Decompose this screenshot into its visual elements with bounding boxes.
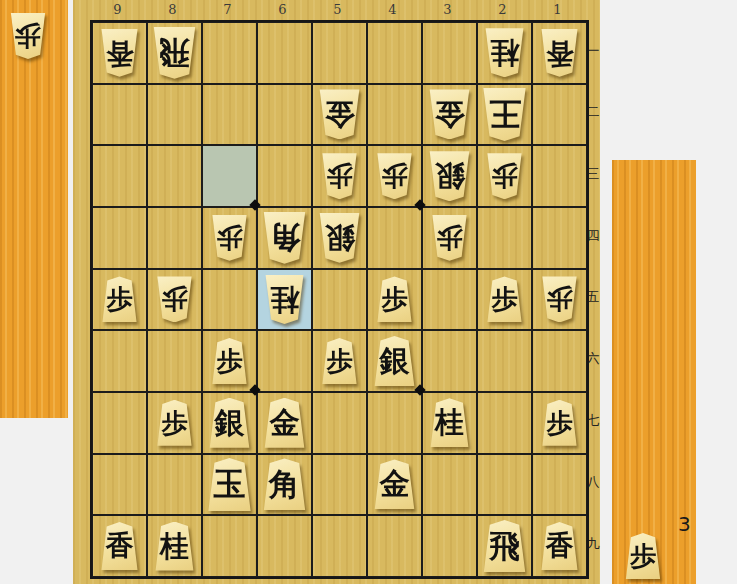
square-5八[interactable] bbox=[312, 454, 367, 516]
square-8五[interactable]: 歩 bbox=[147, 269, 202, 331]
file-label-9: 9 bbox=[90, 1, 145, 19]
square-6七[interactable]: 金 bbox=[257, 392, 312, 454]
piece-body: 金 bbox=[263, 398, 307, 448]
piece-kanji: 王 bbox=[489, 98, 521, 130]
piece-body: 歩 bbox=[376, 276, 414, 322]
piece-kanji: 歩 bbox=[327, 163, 353, 189]
piece-gote-王[interactable]: 王 bbox=[481, 88, 528, 141]
piece-body: 歩 bbox=[9, 13, 47, 59]
piece-kanji: 歩 bbox=[547, 286, 573, 312]
piece-kanji: 桂 bbox=[160, 532, 189, 561]
piece-kanji: 玉 bbox=[214, 468, 246, 500]
square-4一[interactable] bbox=[367, 22, 422, 84]
piece-kanji: 歩 bbox=[162, 286, 188, 312]
square-4三[interactable]: 歩 bbox=[367, 145, 422, 207]
board-grid: 香飛桂香金金王歩歩銀歩歩角銀歩歩歩桂歩歩歩歩歩銀歩銀金桂歩玉角金香桂飛香 bbox=[90, 20, 589, 579]
square-1一[interactable]: 香 bbox=[532, 22, 587, 84]
piece-body: 歩 bbox=[156, 400, 194, 446]
piece-sente-桂[interactable]: 桂 bbox=[154, 522, 196, 571]
square-2五[interactable]: 歩 bbox=[477, 269, 532, 331]
square-7八[interactable]: 玉 bbox=[202, 454, 257, 516]
piece-sente-飛[interactable]: 飛 bbox=[482, 520, 528, 572]
piece-sente-歩[interactable]: 歩 bbox=[101, 276, 139, 322]
square-8七[interactable]: 歩 bbox=[147, 392, 202, 454]
piece-gote-歩[interactable]: 歩 bbox=[486, 153, 524, 199]
piece-sente-金[interactable]: 金 bbox=[263, 398, 307, 448]
square-7二[interactable] bbox=[202, 84, 257, 146]
square-4四[interactable] bbox=[367, 207, 422, 269]
gote-komadai: 歩 bbox=[0, 0, 68, 418]
piece-body: 歩 bbox=[321, 338, 359, 384]
piece-kanji: 歩 bbox=[107, 286, 133, 312]
file-label-7: 7 bbox=[200, 1, 255, 19]
square-9一[interactable]: 香 bbox=[92, 22, 147, 84]
square-8六[interactable] bbox=[147, 330, 202, 392]
file-labels: 987654321 bbox=[90, 1, 585, 19]
piece-body: 銀 bbox=[318, 213, 362, 263]
sente-hand-count: 3 bbox=[678, 512, 691, 536]
piece-gote-桂[interactable]: 桂 bbox=[484, 28, 526, 77]
piece-body: 歩 bbox=[624, 533, 662, 579]
piece-kanji: 歩 bbox=[630, 543, 656, 569]
piece-body: 香 bbox=[540, 29, 580, 77]
square-8四[interactable] bbox=[147, 207, 202, 269]
square-4九[interactable] bbox=[367, 515, 422, 577]
piece-body: 香 bbox=[100, 522, 140, 570]
piece-body: 角 bbox=[262, 212, 308, 264]
piece-gote-銀[interactable]: 銀 bbox=[318, 213, 362, 263]
piece-body: 金 bbox=[373, 459, 417, 509]
square-2二[interactable]: 王 bbox=[477, 84, 532, 146]
piece-kanji: 歩 bbox=[327, 348, 353, 374]
square-9六[interactable] bbox=[92, 330, 147, 392]
piece-kanji: 香 bbox=[106, 39, 134, 67]
piece-gote-歩[interactable]: 歩 bbox=[376, 153, 414, 199]
square-3七[interactable]: 桂 bbox=[422, 392, 477, 454]
square-6六[interactable] bbox=[257, 330, 312, 392]
sente-komadai: 歩3 bbox=[612, 160, 696, 584]
square-2六[interactable] bbox=[477, 330, 532, 392]
piece-kanji: 銀 bbox=[435, 161, 465, 191]
piece-kanji: 角 bbox=[269, 222, 300, 253]
piece-body: 角 bbox=[262, 458, 308, 510]
file-label-3: 3 bbox=[420, 1, 475, 19]
piece-kanji: 歩 bbox=[492, 286, 518, 312]
square-7一[interactable] bbox=[202, 22, 257, 84]
file-label-8: 8 bbox=[145, 1, 200, 19]
square-4七[interactable] bbox=[367, 392, 422, 454]
piece-kanji: 香 bbox=[546, 39, 574, 67]
square-8九[interactable]: 桂 bbox=[147, 515, 202, 577]
piece-gote-歩[interactable]: 歩 bbox=[156, 276, 194, 322]
piece-sente-桂[interactable]: 桂 bbox=[429, 398, 471, 447]
square-2九[interactable]: 飛 bbox=[477, 515, 532, 577]
piece-body: 金 bbox=[318, 89, 362, 139]
piece-sente-玉[interactable]: 玉 bbox=[206, 458, 253, 511]
piece-kanji: 歩 bbox=[382, 163, 408, 189]
square-2三[interactable]: 歩 bbox=[477, 145, 532, 207]
square-7七[interactable]: 銀 bbox=[202, 392, 257, 454]
piece-kanji: 香 bbox=[106, 532, 134, 560]
piece-gote-歩[interactable]: 歩 bbox=[321, 153, 359, 199]
piece-kanji: 金 bbox=[435, 99, 465, 129]
piece-sente-金[interactable]: 金 bbox=[373, 459, 417, 509]
file-label-2: 2 bbox=[475, 1, 530, 19]
piece-gote-歩[interactable]: 歩 bbox=[211, 215, 249, 261]
piece-body: 歩 bbox=[321, 153, 359, 199]
square-3八[interactable] bbox=[422, 454, 477, 516]
piece-kanji: 歩 bbox=[492, 163, 518, 189]
piece-kanji: 歩 bbox=[162, 410, 188, 436]
square-3四[interactable]: 歩 bbox=[422, 207, 477, 269]
piece-body: 飛 bbox=[482, 520, 528, 572]
square-2八[interactable] bbox=[477, 454, 532, 516]
square-8三[interactable] bbox=[147, 145, 202, 207]
square-1九[interactable]: 香 bbox=[532, 515, 587, 577]
piece-body: 桂 bbox=[154, 522, 196, 571]
piece-kanji: 銀 bbox=[380, 346, 410, 376]
square-1三[interactable] bbox=[532, 145, 587, 207]
square-6三[interactable] bbox=[257, 145, 312, 207]
piece-gote-銀[interactable]: 銀 bbox=[428, 151, 472, 201]
piece-gote-香[interactable]: 香 bbox=[540, 29, 580, 77]
file-label-5: 5 bbox=[310, 1, 365, 19]
piece-body: 玉 bbox=[206, 458, 253, 511]
piece-gote-角[interactable]: 角 bbox=[262, 212, 308, 264]
piece-kanji: 歩 bbox=[382, 286, 408, 312]
piece-kanji: 桂 bbox=[435, 408, 464, 437]
square-5四[interactable]: 銀 bbox=[312, 207, 367, 269]
square-3五[interactable] bbox=[422, 269, 477, 331]
piece-kanji: 歩 bbox=[217, 225, 243, 251]
square-6一[interactable] bbox=[257, 22, 312, 84]
piece-body: 銀 bbox=[428, 151, 472, 201]
file-label-4: 4 bbox=[365, 1, 420, 19]
square-8一[interactable]: 飛 bbox=[147, 22, 202, 84]
square-2七[interactable] bbox=[477, 392, 532, 454]
square-9八[interactable] bbox=[92, 454, 147, 516]
square-7五[interactable] bbox=[202, 269, 257, 331]
square-1四[interactable] bbox=[532, 207, 587, 269]
square-3三[interactable]: 銀 bbox=[422, 145, 477, 207]
square-6八[interactable]: 角 bbox=[257, 454, 312, 516]
piece-kanji: 飛 bbox=[159, 37, 190, 68]
piece-sente-歩[interactable]: 歩 bbox=[376, 276, 414, 322]
square-3一[interactable] bbox=[422, 22, 477, 84]
file-label-1: 1 bbox=[530, 1, 585, 19]
square-4六[interactable]: 銀 bbox=[367, 330, 422, 392]
square-8八[interactable] bbox=[147, 454, 202, 516]
piece-sente-歩[interactable]: 歩 bbox=[211, 338, 249, 384]
square-1六[interactable] bbox=[532, 330, 587, 392]
piece-kanji: 歩 bbox=[437, 225, 463, 251]
piece-sente-歩[interactable]: 歩 bbox=[486, 276, 524, 322]
square-3九[interactable] bbox=[422, 515, 477, 577]
square-9二[interactable] bbox=[92, 84, 147, 146]
piece-body: 歩 bbox=[541, 276, 579, 322]
piece-kanji: 金 bbox=[380, 469, 410, 499]
piece-body: 歩 bbox=[376, 153, 414, 199]
square-5二[interactable]: 金 bbox=[312, 84, 367, 146]
piece-body: 歩 bbox=[431, 215, 469, 261]
piece-body: 飛 bbox=[152, 27, 198, 79]
square-6九[interactable] bbox=[257, 515, 312, 577]
square-1八[interactable] bbox=[532, 454, 587, 516]
square-9九[interactable]: 香 bbox=[92, 515, 147, 577]
square-1二[interactable] bbox=[532, 84, 587, 146]
square-6五[interactable]: 桂 bbox=[257, 269, 312, 331]
piece-body: 金 bbox=[428, 89, 472, 139]
square-7九[interactable] bbox=[202, 515, 257, 577]
piece-gote-桂[interactable]: 桂 bbox=[264, 275, 306, 324]
piece-body: 桂 bbox=[264, 275, 306, 324]
piece-body: 歩 bbox=[156, 276, 194, 322]
square-4五[interactable]: 歩 bbox=[367, 269, 422, 331]
square-1七[interactable]: 歩 bbox=[532, 392, 587, 454]
piece-body: 歩 bbox=[101, 276, 139, 322]
piece-body: 桂 bbox=[484, 28, 526, 77]
square-6四[interactable]: 角 bbox=[257, 207, 312, 269]
piece-kanji: 飛 bbox=[489, 531, 520, 562]
piece-sente-歩[interactable]: 歩 bbox=[156, 400, 194, 446]
piece-gote-金[interactable]: 金 bbox=[318, 89, 362, 139]
piece-body: 歩 bbox=[211, 338, 249, 384]
piece-body: 香 bbox=[540, 522, 580, 570]
piece-sente-銀[interactable]: 銀 bbox=[373, 336, 417, 386]
piece-body: 歩 bbox=[541, 400, 579, 446]
square-4八[interactable]: 金 bbox=[367, 454, 422, 516]
piece-gote-歩[interactable]: 歩 bbox=[431, 215, 469, 261]
square-9四[interactable] bbox=[92, 207, 147, 269]
square-6二[interactable] bbox=[257, 84, 312, 146]
piece-body: 王 bbox=[481, 88, 528, 141]
piece-kanji: 桂 bbox=[270, 285, 299, 314]
piece-gote-金[interactable]: 金 bbox=[428, 89, 472, 139]
piece-body: 歩 bbox=[486, 276, 524, 322]
piece-kanji: 香 bbox=[546, 532, 574, 560]
piece-gote-歩[interactable]: 歩 bbox=[541, 276, 579, 322]
piece-sente-歩[interactable]: 歩 bbox=[541, 400, 579, 446]
square-5三[interactable]: 歩 bbox=[312, 145, 367, 207]
piece-kanji: 銀 bbox=[325, 223, 355, 253]
square-9七[interactable] bbox=[92, 392, 147, 454]
piece-body: 桂 bbox=[429, 398, 471, 447]
file-label-6: 6 bbox=[255, 1, 310, 19]
piece-sente-香[interactable]: 香 bbox=[100, 522, 140, 570]
square-7四[interactable]: 歩 bbox=[202, 207, 257, 269]
square-9五[interactable]: 歩 bbox=[92, 269, 147, 331]
square-3二[interactable]: 金 bbox=[422, 84, 477, 146]
piece-kanji: 歩 bbox=[217, 348, 243, 374]
square-5五[interactable] bbox=[312, 269, 367, 331]
square-2一[interactable]: 桂 bbox=[477, 22, 532, 84]
piece-sente-銀[interactable]: 銀 bbox=[208, 398, 252, 448]
piece-kanji: 歩 bbox=[15, 23, 41, 49]
square-4二[interactable] bbox=[367, 84, 422, 146]
piece-gote-歩[interactable]: 歩 bbox=[9, 13, 47, 59]
square-5七[interactable] bbox=[312, 392, 367, 454]
piece-gote-飛[interactable]: 飛 bbox=[152, 27, 198, 79]
square-7三[interactable] bbox=[202, 145, 257, 207]
piece-kanji: 角 bbox=[269, 469, 300, 500]
piece-kanji: 金 bbox=[270, 408, 300, 438]
square-7六[interactable]: 歩 bbox=[202, 330, 257, 392]
piece-kanji: 金 bbox=[325, 99, 355, 129]
shogi-board: 987654321 一二三四五六七八九 香飛桂香金金王歩歩銀歩歩角銀歩歩歩桂歩歩… bbox=[73, 0, 600, 584]
piece-body: 歩 bbox=[211, 215, 249, 261]
piece-body: 香 bbox=[100, 29, 140, 77]
square-3六[interactable] bbox=[422, 330, 477, 392]
piece-gote-香[interactable]: 香 bbox=[100, 29, 140, 77]
piece-kanji: 桂 bbox=[490, 38, 519, 67]
piece-sente-歩[interactable]: 歩 bbox=[624, 533, 662, 579]
square-5一[interactable] bbox=[312, 22, 367, 84]
piece-body: 銀 bbox=[208, 398, 252, 448]
square-1五[interactable]: 歩 bbox=[532, 269, 587, 331]
piece-sente-歩[interactable]: 歩 bbox=[321, 338, 359, 384]
shogi-app: 歩 987654321 一二三四五六七八九 香飛桂香金金王歩歩銀歩歩角銀歩歩歩桂… bbox=[0, 0, 737, 584]
square-8二[interactable] bbox=[147, 84, 202, 146]
piece-body: 銀 bbox=[373, 336, 417, 386]
piece-body: 歩 bbox=[486, 153, 524, 199]
square-9三[interactable] bbox=[92, 145, 147, 207]
piece-sente-角[interactable]: 角 bbox=[262, 458, 308, 510]
square-2四[interactable] bbox=[477, 207, 532, 269]
piece-kanji: 銀 bbox=[215, 408, 245, 438]
piece-kanji: 歩 bbox=[547, 410, 573, 436]
square-5九[interactable] bbox=[312, 515, 367, 577]
square-5六[interactable]: 歩 bbox=[312, 330, 367, 392]
piece-sente-香[interactable]: 香 bbox=[540, 522, 580, 570]
